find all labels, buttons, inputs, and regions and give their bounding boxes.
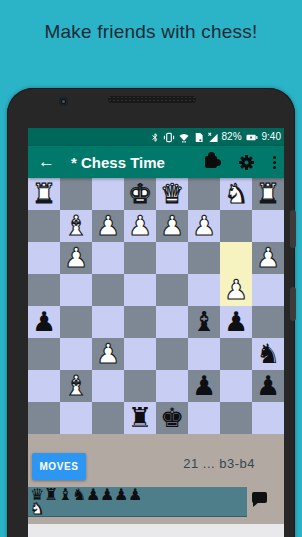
square-d2[interactable]: ♟ <box>156 210 188 242</box>
square-b5[interactable]: ♟ <box>220 306 252 338</box>
square-d4[interactable] <box>156 274 188 306</box>
black-pawn-h5: ♟ <box>28 306 60 338</box>
white-bishop-g7: ♝ <box>60 370 92 402</box>
white-pawn-e2: ♟ <box>124 210 156 242</box>
square-g7[interactable]: ♝ <box>60 370 92 402</box>
white-pawn-f6: ♟ <box>92 338 124 370</box>
square-a5[interactable] <box>252 306 284 338</box>
square-b4[interactable]: ♟ <box>220 274 252 306</box>
banner-headline: Make friends with chess! <box>0 21 302 43</box>
app-bar: ← * Chess Time <box>28 146 284 178</box>
square-h1[interactable]: ♜ <box>28 178 60 210</box>
square-g2[interactable]: ♝ <box>60 210 92 242</box>
square-f2[interactable]: ♟ <box>92 210 124 242</box>
bluetooth-icon <box>150 132 160 143</box>
overflow-menu-icon[interactable] <box>272 156 276 169</box>
moves-button[interactable]: MOVES <box>32 453 86 480</box>
captured-white-row: ♞ <box>30 501 44 516</box>
black-pawn-a7: ♟ <box>252 370 284 402</box>
square-c5[interactable]: ♝ <box>188 306 220 338</box>
square-b3[interactable] <box>220 242 252 274</box>
phone: 82% 9:40 ← * Chess Time <box>7 88 295 537</box>
square-g4[interactable] <box>60 274 92 306</box>
captured-white-knight: ♞ <box>30 501 44 516</box>
square-g3[interactable]: ♟ <box>60 242 92 274</box>
square-f1[interactable] <box>92 178 124 210</box>
black-pawn-b5: ♟ <box>220 306 252 338</box>
square-h5[interactable]: ♟ <box>28 306 60 338</box>
wifi-icon <box>178 132 190 143</box>
captured-black-pawn: ♟ <box>128 487 142 502</box>
square-d8[interactable]: ♚ <box>156 402 188 434</box>
black-pawn-c7: ♟ <box>188 370 220 402</box>
power-button[interactable] <box>290 287 296 321</box>
status-bar: 82% 9:40 <box>28 128 284 146</box>
square-c3[interactable] <box>188 242 220 274</box>
white-pawn-a3: ♟ <box>252 242 284 274</box>
square-d7[interactable] <box>156 370 188 402</box>
black-knight-a6: ♞ <box>252 338 284 370</box>
square-e3[interactable] <box>124 242 156 274</box>
speaker-grille <box>108 96 196 103</box>
square-c8[interactable] <box>188 402 220 434</box>
square-g6[interactable] <box>60 338 92 370</box>
square-e6[interactable] <box>124 338 156 370</box>
square-h8[interactable] <box>28 402 60 434</box>
square-g8[interactable] <box>60 402 92 434</box>
vibrate-icon <box>163 132 175 143</box>
white-pawn-g3: ♟ <box>60 242 92 274</box>
white-pawn-b4: ♟ <box>220 274 252 306</box>
captured-black-row: ♛♜♝♞♟♟♟♟ <box>30 487 142 502</box>
square-e4[interactable] <box>124 274 156 306</box>
white-rook-h1: ♜ <box>28 178 60 210</box>
white-pawn-f2: ♟ <box>92 210 124 242</box>
battery-percent: 82% <box>222 128 242 146</box>
square-a2[interactable] <box>252 210 284 242</box>
white-pawn-d2: ♟ <box>156 210 188 242</box>
square-c2[interactable]: ♟ <box>188 210 220 242</box>
square-b2[interactable] <box>220 210 252 242</box>
square-f8[interactable] <box>92 402 124 434</box>
captured-black-knight: ♞ <box>72 487 86 502</box>
square-h4[interactable] <box>28 274 60 306</box>
white-bishop-g2: ♝ <box>60 210 92 242</box>
square-a3[interactable]: ♟ <box>252 242 284 274</box>
captured-black-bishop: ♝ <box>58 487 72 502</box>
clock-time: 9:40 <box>262 128 281 146</box>
white-pawn-c2: ♟ <box>188 210 220 242</box>
back-arrow-icon[interactable]: ← <box>38 146 55 178</box>
square-f6[interactable]: ♟ <box>92 338 124 370</box>
captured-black-pawn: ♟ <box>86 487 100 502</box>
square-h3[interactable] <box>28 242 60 274</box>
square-f4[interactable] <box>92 274 124 306</box>
square-d6[interactable] <box>156 338 188 370</box>
square-e8[interactable]: ♜ <box>124 402 156 434</box>
square-e1[interactable]: ♚ <box>124 178 156 210</box>
app-title: * Chess Time <box>71 154 165 171</box>
captured-pieces-tray: ♛♜♝♞♟♟♟♟ ♞ <box>28 487 247 517</box>
square-d3[interactable] <box>156 242 188 274</box>
black-bishop-c5: ♝ <box>188 306 220 338</box>
white-king-e1: ♚ <box>124 178 156 210</box>
sd-card-icon <box>193 132 204 143</box>
square-g5[interactable] <box>60 306 92 338</box>
black-king-d8: ♚ <box>156 402 188 434</box>
square-d5[interactable] <box>156 306 188 338</box>
square-d1[interactable]: ♛ <box>156 178 188 210</box>
camera-dot <box>59 97 68 106</box>
square-c1[interactable] <box>188 178 220 210</box>
square-f3[interactable] <box>92 242 124 274</box>
square-a4[interactable] <box>252 274 284 306</box>
square-c4[interactable] <box>188 274 220 306</box>
square-a8[interactable] <box>252 402 284 434</box>
volume-button[interactable] <box>290 210 296 248</box>
black-rook-e8: ♜ <box>124 402 156 434</box>
white-queen-d1: ♛ <box>156 178 188 210</box>
captured-black-pawn: ♟ <box>100 487 114 502</box>
bottom-strip <box>28 524 284 537</box>
last-move-display: 21 ... b3-b4 <box>183 456 255 471</box>
white-knight-b1: ♞ <box>220 178 252 210</box>
page: Make friends with chess! <box>0 0 302 537</box>
square-f7[interactable] <box>92 370 124 402</box>
captured-black-pawn: ♟ <box>114 487 128 502</box>
square-b7[interactable] <box>220 370 252 402</box>
puzzle-icon[interactable] <box>205 156 217 168</box>
battery-icon <box>245 132 259 143</box>
square-a7[interactable]: ♟ <box>252 370 284 402</box>
square-c6[interactable] <box>188 338 220 370</box>
square-b1[interactable]: ♞ <box>220 178 252 210</box>
square-e5[interactable] <box>124 306 156 338</box>
square-c7[interactable]: ♟ <box>188 370 220 402</box>
square-g1[interactable] <box>60 178 92 210</box>
square-a1[interactable]: ♜ <box>252 178 284 210</box>
gear-icon[interactable] <box>239 155 254 170</box>
square-f5[interactable] <box>92 306 124 338</box>
chess-board: ♜♚♛♞♜♝♟♟♟♟♟♟♟♟♝♟♟♞♝♟♟♜♚ <box>28 178 284 434</box>
signal-x-icon <box>207 132 219 143</box>
square-b6[interactable] <box>220 338 252 370</box>
square-e7[interactable] <box>124 370 156 402</box>
chat-bubble-icon[interactable] <box>252 492 267 503</box>
square-h2[interactable] <box>28 210 60 242</box>
square-h6[interactable] <box>28 338 60 370</box>
square-b8[interactable] <box>220 402 252 434</box>
screen: 82% 9:40 ← * Chess Time <box>28 128 284 537</box>
square-h7[interactable] <box>28 370 60 402</box>
square-a6[interactable]: ♞ <box>252 338 284 370</box>
square-e2[interactable]: ♟ <box>124 210 156 242</box>
white-rook-a1: ♜ <box>252 178 284 210</box>
captured-black-rook: ♜ <box>44 487 58 502</box>
